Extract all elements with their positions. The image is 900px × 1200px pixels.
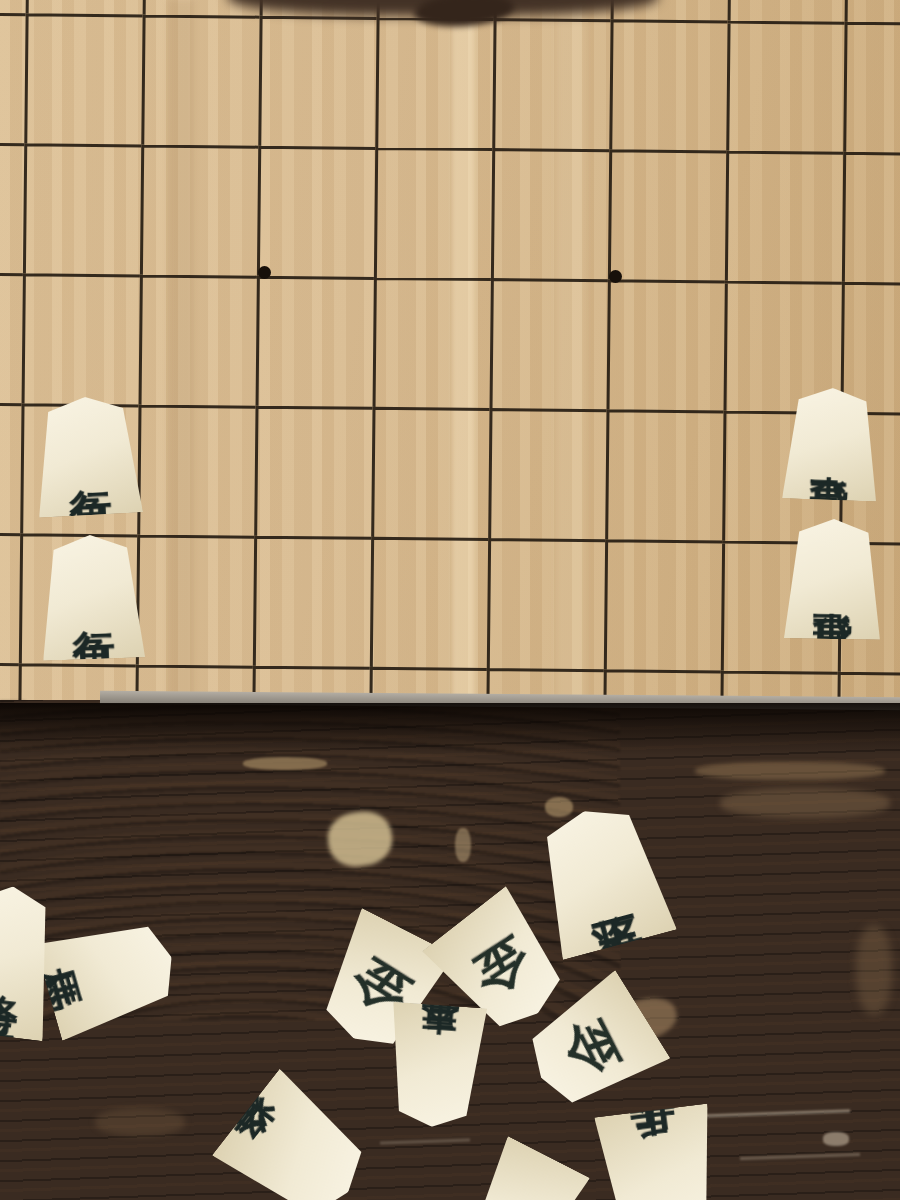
worn-patch (695, 762, 885, 780)
piece-kanji: 歩兵 (636, 1171, 682, 1177)
board-cell[interactable] (254, 406, 372, 537)
scratch-mark (823, 1132, 849, 1146)
star-dot-right (609, 270, 622, 283)
board-cell[interactable] (726, 21, 844, 152)
board-cell[interactable] (258, 16, 376, 147)
board-cell[interactable] (0, 0, 27, 13)
board-cell[interactable] (256, 276, 374, 407)
piece-kanji: 飛車 (811, 446, 851, 447)
piece-kanji: 角行 (67, 458, 109, 460)
board-cell[interactable] (373, 277, 491, 408)
board-cell[interactable] (0, 402, 22, 533)
board-cell[interactable] (605, 409, 723, 540)
board-cell[interactable] (845, 0, 900, 23)
piece-kanji: 飛車 (812, 582, 853, 583)
board-cell[interactable] (604, 539, 722, 670)
board-cell[interactable] (487, 538, 605, 669)
shogi-scene: 角行 角行 飛車 飛車 (0, 0, 900, 1200)
worn-patch (720, 788, 890, 818)
board-cell[interactable] (253, 536, 371, 667)
board-cell[interactable] (141, 14, 259, 145)
board-cell[interactable] (0, 12, 26, 143)
board-cell[interactable] (608, 149, 726, 280)
board-cell[interactable] (140, 144, 258, 275)
board-cell[interactable] (23, 143, 141, 274)
board-cell[interactable] (488, 408, 606, 539)
board-cell[interactable] (375, 17, 493, 148)
board-cell[interactable] (607, 279, 725, 410)
piece-kanji: 香車 (417, 1062, 455, 1065)
piece-kanji: 金将 (281, 1133, 308, 1168)
piece-kanji-cursive: 金 (463, 918, 539, 1013)
board-cell[interactable] (374, 147, 492, 278)
board-cell[interactable] (0, 532, 20, 663)
board-cell[interactable] (371, 407, 489, 538)
worn-patch (95, 1108, 185, 1136)
piece-kanji: 王将 (579, 874, 627, 887)
board-cell[interactable] (491, 148, 609, 279)
board-piece-rook-2[interactable]: 飛車 (784, 518, 882, 640)
board-cell[interactable] (0, 272, 23, 403)
piece-kanji: 角行 (71, 599, 113, 600)
board-cell[interactable] (841, 282, 900, 413)
board-cell[interactable] (22, 273, 140, 404)
piece-kanji: 桂馬 (101, 956, 113, 996)
worn-patch (243, 757, 327, 770)
worn-patch (455, 828, 471, 862)
board-cell[interactable] (26, 0, 144, 14)
board-cell[interactable] (728, 0, 846, 22)
board-cell[interactable] (136, 534, 254, 665)
board-cell[interactable] (370, 537, 488, 668)
board-cell[interactable] (24, 13, 142, 144)
board-cell[interactable] (609, 19, 727, 150)
board-cell[interactable] (842, 152, 900, 283)
shogi-board: 角行 角行 飛車 飛車 (0, 0, 900, 706)
piece-kanji-cursive: 金 (546, 1010, 639, 1082)
board-cell[interactable] (257, 146, 375, 277)
board-cell[interactable] (0, 142, 24, 273)
worn-patch (545, 797, 573, 817)
board-cell[interactable] (137, 404, 255, 535)
board-cell[interactable] (139, 274, 257, 405)
board-cell[interactable] (492, 18, 610, 149)
piece-kanji: 金将 (0, 961, 24, 966)
board-cell[interactable] (843, 22, 900, 153)
worn-patch (856, 925, 892, 1015)
table-piece-pawn-bottom[interactable]: 歩兵 (594, 1104, 723, 1200)
board-shadow (0, 703, 900, 755)
board-cell[interactable] (490, 278, 608, 409)
star-dot-left (258, 266, 271, 279)
board-cell[interactable] (725, 151, 843, 282)
